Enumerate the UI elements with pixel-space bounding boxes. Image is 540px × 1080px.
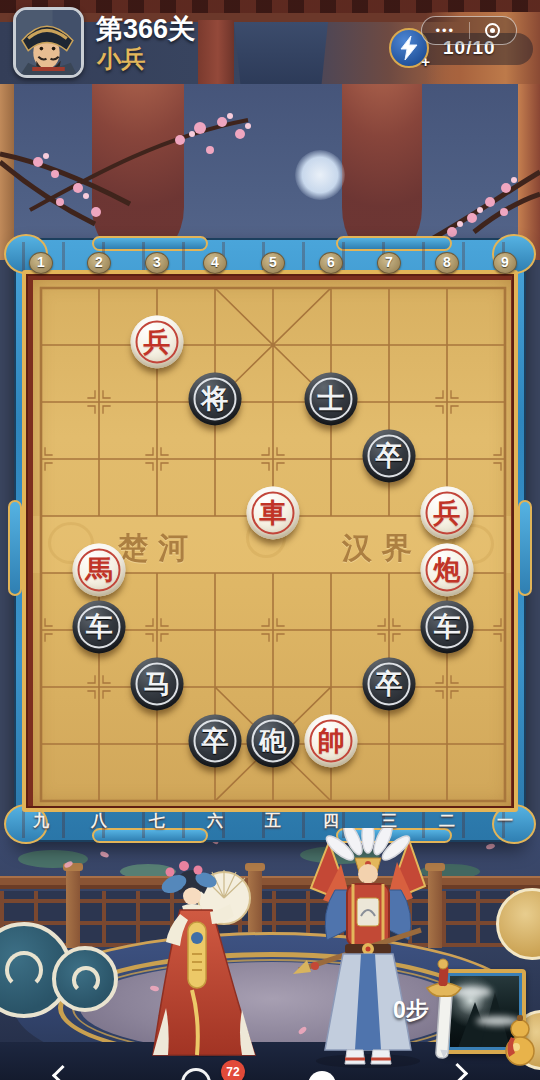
level-subtitle: 小兵 [97, 43, 145, 75]
file-label-top-7: 7 [377, 252, 401, 274]
piece-black-将[interactable]: 将 [189, 372, 242, 425]
piece-red-車[interactable]: 車 [247, 486, 300, 539]
piece-black-车[interactable]: 车 [421, 600, 474, 653]
piece-character: 車 [260, 499, 287, 526]
river-label-han: 汉界 [342, 528, 422, 569]
file-label-top-2: 2 [87, 252, 111, 274]
cherry-blossom-left-icon [0, 92, 290, 242]
piece-black-卒[interactable]: 卒 [189, 714, 242, 767]
file-label-top-9: 9 [493, 252, 517, 274]
avatar-portrait-icon [16, 10, 81, 75]
piece-black-车[interactable]: 车 [73, 600, 126, 653]
piece-character: 卒 [376, 442, 403, 469]
game-screen: 楚河 汉界 123456789 九八七六五四三二一 兵将士卒車兵馬炮车车马卒卒砲… [0, 0, 540, 1080]
piece-character: 将 [202, 385, 229, 412]
player-avatar[interactable] [13, 7, 84, 78]
river-label-chu: 楚河 [118, 528, 198, 569]
record-button[interactable] [470, 23, 517, 38]
piece-black-士[interactable]: 士 [305, 372, 358, 425]
file-label-top-3: 3 [145, 252, 169, 274]
night-sky [0, 84, 540, 260]
file-label-bottom-五: 五 [264, 811, 282, 832]
file-label-bottom-八: 八 [90, 811, 108, 832]
piece-red-炮[interactable]: 炮 [421, 543, 474, 596]
file-label-top-4: 4 [203, 252, 227, 274]
piece-red-帥[interactable]: 帥 [305, 714, 358, 767]
piece-red-馬[interactable]: 馬 [73, 543, 126, 596]
record-icon [485, 23, 500, 38]
file-label-top-5: 5 [261, 252, 285, 274]
piece-red-兵[interactable]: 兵 [131, 315, 184, 368]
piece-character: 卒 [376, 670, 403, 697]
performer-lady [150, 858, 270, 1058]
piece-character: 兵 [144, 328, 171, 355]
piece-character: 马 [144, 670, 171, 697]
moon [295, 150, 345, 200]
piece-black-卒[interactable]: 卒 [363, 429, 416, 482]
piece-character: 兵 [434, 499, 461, 526]
file-label-bottom-一: 一 [496, 811, 514, 832]
file-label-bottom-七: 七 [148, 811, 166, 832]
piece-red-兵[interactable]: 兵 [421, 486, 474, 539]
piece-character: 炮 [434, 556, 461, 583]
piece-character: 车 [434, 613, 461, 640]
file-label-bottom-六: 六 [206, 811, 224, 832]
system-capsule: ••• [421, 16, 517, 45]
railing-post [66, 870, 80, 948]
piece-character: 馬 [86, 556, 113, 583]
file-label-top-6: 6 [319, 252, 343, 274]
piece-black-砲[interactable]: 砲 [247, 714, 300, 767]
notification-badge: 72 [221, 1060, 245, 1080]
piece-character: 帥 [318, 727, 345, 754]
piece-character: 士 [318, 385, 345, 412]
railing-rail [0, 876, 540, 885]
piece-character: 卒 [202, 727, 229, 754]
menu-dots-button[interactable]: ••• [422, 17, 469, 44]
cloud-decoration-left-small [52, 946, 118, 1012]
level-title: 第366关 [96, 11, 195, 47]
sword-icon [421, 958, 467, 1064]
file-label-top-8: 8 [435, 252, 459, 274]
energy-plus-icon: + [421, 53, 430, 70]
piece-black-马[interactable]: 马 [131, 657, 184, 710]
file-label-top-1: 1 [29, 252, 53, 274]
piece-black-卒[interactable]: 卒 [363, 657, 416, 710]
hanging-banner [234, 22, 328, 86]
piece-character: 砲 [260, 727, 287, 754]
file-label-bottom-九: 九 [32, 811, 50, 832]
gourd-icon [503, 1015, 537, 1071]
piece-character: 车 [86, 613, 113, 640]
